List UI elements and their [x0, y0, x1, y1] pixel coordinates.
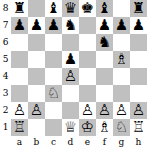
black-rook-a8[interactable]: ♜: [13, 0, 26, 17]
square-f7[interactable]: ♟: [96, 17, 113, 34]
square-a4[interactable]: [11, 68, 28, 85]
square-a8[interactable]: ♜: [11, 0, 28, 17]
square-c5[interactable]: [45, 51, 62, 68]
file-labels: a b c d e f g h: [11, 136, 147, 149]
white-pawn-a2[interactable]: ♙: [13, 102, 26, 119]
rank-label-2: 2: [0, 102, 11, 119]
square-c6[interactable]: [45, 34, 62, 51]
square-c1[interactable]: [45, 119, 62, 136]
square-g3[interactable]: [113, 85, 130, 102]
square-f2[interactable]: ♙: [96, 102, 113, 119]
black-knight-f6[interactable]: ♞: [98, 34, 111, 51]
square-a3[interactable]: [11, 85, 28, 102]
square-d2[interactable]: [62, 102, 79, 119]
square-h7[interactable]: ♟: [130, 17, 147, 34]
square-a5[interactable]: [11, 51, 28, 68]
file-label-a: a: [11, 136, 28, 149]
chess-board-diagram: 8 7 6 5 4 3 2 1 ♜♝♛♚♝♜♟♟♟♞♟♟♟♞♟♗♙♘♙♙♙♙♙♙…: [0, 0, 151, 149]
black-pawn-f7[interactable]: ♟: [98, 17, 111, 34]
square-f6[interactable]: ♞: [96, 34, 113, 51]
square-d8[interactable]: ♛: [62, 0, 79, 17]
square-b1[interactable]: [28, 119, 45, 136]
black-knight-d7[interactable]: ♞: [64, 17, 77, 34]
board: ♜♝♛♚♝♜♟♟♟♞♟♟♟♞♟♗♙♘♙♙♙♙♙♙♖♕♔♗♘♖: [11, 0, 147, 136]
square-e4[interactable]: [79, 68, 96, 85]
square-b4[interactable]: [28, 68, 45, 85]
file-label-f: f: [96, 136, 113, 149]
white-rook-a1[interactable]: ♖: [13, 119, 26, 136]
square-f8[interactable]: ♝: [96, 0, 113, 17]
square-h6[interactable]: [130, 34, 147, 51]
rank-label-7: 7: [0, 17, 11, 34]
square-g4[interactable]: [113, 68, 130, 85]
file-label-g: g: [113, 136, 130, 149]
square-h4[interactable]: [130, 68, 147, 85]
square-f1[interactable]: ♗: [96, 119, 113, 136]
rank-label-5: 5: [0, 51, 11, 68]
square-h8[interactable]: ♜: [130, 0, 147, 17]
square-a1[interactable]: ♖: [11, 119, 28, 136]
white-bishop-g5[interactable]: ♗: [115, 51, 128, 68]
black-bishop-f8[interactable]: ♝: [98, 0, 111, 17]
square-b6[interactable]: [28, 34, 45, 51]
black-pawn-g7[interactable]: ♟: [115, 17, 128, 34]
square-g2[interactable]: ♙: [113, 102, 130, 119]
white-knight-c3[interactable]: ♘: [47, 85, 60, 102]
rank-label-3: 3: [0, 85, 11, 102]
rank-label-8: 8: [0, 0, 11, 17]
rank-labels: 8 7 6 5 4 3 2 1: [0, 0, 11, 136]
square-d4[interactable]: ♙: [62, 68, 79, 85]
square-c2[interactable]: [45, 102, 62, 119]
square-d5[interactable]: ♟: [62, 51, 79, 68]
square-a6[interactable]: [11, 34, 28, 51]
square-h2[interactable]: ♙: [130, 102, 147, 119]
white-rook-h1[interactable]: ♖: [132, 119, 145, 136]
square-c4[interactable]: [45, 68, 62, 85]
square-e7[interactable]: [79, 17, 96, 34]
white-pawn-b2[interactable]: ♙: [30, 102, 43, 119]
square-f3[interactable]: [96, 85, 113, 102]
square-b5[interactable]: [28, 51, 45, 68]
square-f5[interactable]: [96, 51, 113, 68]
rank-label-6: 6: [0, 34, 11, 51]
square-h5[interactable]: [130, 51, 147, 68]
rank-label-4: 4: [0, 68, 11, 85]
square-e5[interactable]: [79, 51, 96, 68]
white-knight-g1[interactable]: ♘: [115, 119, 128, 136]
square-b7[interactable]: ♟: [28, 17, 45, 34]
black-pawn-c7[interactable]: ♟: [47, 17, 60, 34]
white-pawn-g2[interactable]: ♙: [115, 102, 128, 119]
square-a7[interactable]: ♟: [11, 17, 28, 34]
black-pawn-b7[interactable]: ♟: [30, 17, 43, 34]
square-b3[interactable]: [28, 85, 45, 102]
square-c3[interactable]: ♘: [45, 85, 62, 102]
black-pawn-d5[interactable]: ♟: [64, 51, 77, 68]
file-label-d: d: [62, 136, 79, 149]
square-h3[interactable]: [130, 85, 147, 102]
black-pawn-h7[interactable]: ♟: [132, 17, 145, 34]
white-bishop-f1[interactable]: ♗: [98, 119, 111, 136]
white-king-e1[interactable]: ♔: [81, 119, 94, 136]
black-king-e8[interactable]: ♚: [81, 0, 94, 17]
square-e2[interactable]: ♙: [79, 102, 96, 119]
square-g8[interactable]: [113, 0, 130, 17]
white-pawn-h2[interactable]: ♙: [132, 102, 145, 119]
black-bishop-c8[interactable]: ♝: [47, 0, 60, 17]
black-queen-d8[interactable]: ♛: [64, 0, 77, 17]
file-label-b: b: [28, 136, 45, 149]
black-pawn-a7[interactable]: ♟: [13, 17, 26, 34]
white-queen-d1[interactable]: ♕: [64, 119, 77, 136]
square-a2[interactable]: ♙: [11, 102, 28, 119]
white-pawn-f2[interactable]: ♙: [98, 102, 111, 119]
square-h1[interactable]: ♖: [130, 119, 147, 136]
file-label-h: h: [130, 136, 147, 149]
square-g1[interactable]: ♘: [113, 119, 130, 136]
square-g5[interactable]: ♗: [113, 51, 130, 68]
square-e3[interactable]: [79, 85, 96, 102]
black-rook-h8[interactable]: ♜: [132, 0, 145, 17]
square-c7[interactable]: ♟: [45, 17, 62, 34]
square-f4[interactable]: [96, 68, 113, 85]
square-d3[interactable]: [62, 85, 79, 102]
square-e6[interactable]: [79, 34, 96, 51]
white-pawn-e2[interactable]: ♙: [81, 102, 94, 119]
square-g7[interactable]: ♟: [113, 17, 130, 34]
square-e8[interactable]: ♚: [79, 0, 96, 17]
square-g6[interactable]: [113, 34, 130, 51]
square-d6[interactable]: [62, 34, 79, 51]
square-b8[interactable]: [28, 0, 45, 17]
square-d7[interactable]: ♞: [62, 17, 79, 34]
white-pawn-d4[interactable]: ♙: [64, 68, 77, 85]
square-e1[interactable]: ♔: [79, 119, 96, 136]
rank-label-1: 1: [0, 119, 11, 136]
square-d1[interactable]: ♕: [62, 119, 79, 136]
square-b2[interactable]: ♙: [28, 102, 45, 119]
square-c8[interactable]: ♝: [45, 0, 62, 17]
file-label-e: e: [79, 136, 96, 149]
file-label-c: c: [45, 136, 62, 149]
